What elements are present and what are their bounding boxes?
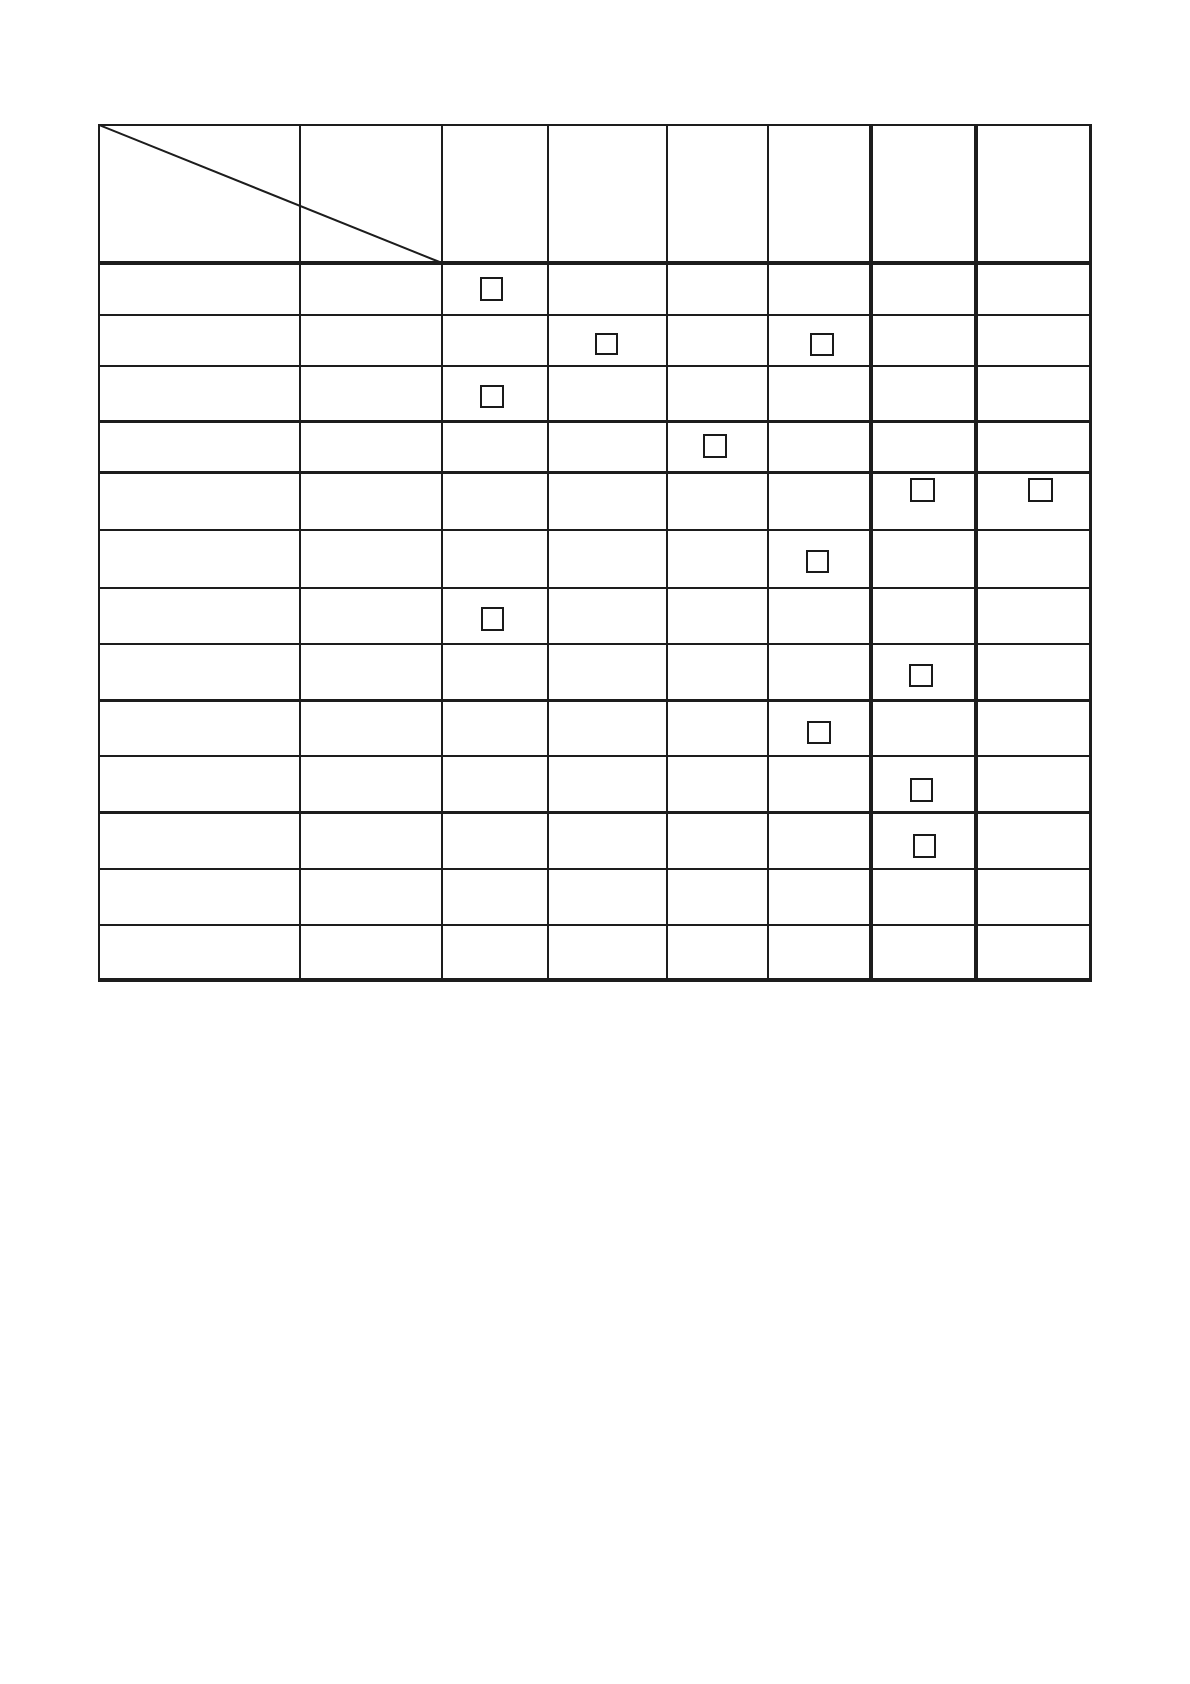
- grid-vline-0: [98, 125, 101, 980]
- grid-vline-6: [869, 125, 873, 980]
- checkbox-r9c6[interactable]: [807, 721, 831, 744]
- checkbox-r7c3[interactable]: [481, 607, 504, 631]
- grid-hline-6: [98, 529, 1092, 531]
- header-diagonal-line: [99, 125, 1090, 980]
- checkbox-r6c6[interactable]: [806, 550, 829, 573]
- grid-hline-4: [98, 420, 1092, 423]
- checkbox-r4c5[interactable]: [703, 434, 727, 458]
- checkbox-r11c7[interactable]: [913, 834, 936, 858]
- grid-hline-1: [98, 261, 1092, 265]
- grid-hline-11: [98, 811, 1092, 814]
- grid-hline-8: [98, 643, 1092, 645]
- grid-hline-0: [98, 124, 1092, 126]
- grid-vline-2: [441, 125, 444, 980]
- grid-vline-3: [547, 125, 550, 980]
- checkbox-r3c3[interactable]: [480, 385, 504, 408]
- grid-hline-12: [98, 868, 1092, 870]
- grid-hline-7: [98, 587, 1092, 589]
- grid-hline-10: [98, 755, 1092, 757]
- checkbox-r10c7[interactable]: [910, 778, 933, 802]
- checkbox-r8c7[interactable]: [909, 664, 933, 687]
- grid-hline-14: [98, 978, 1092, 982]
- grid-vline-1: [299, 125, 302, 980]
- grid-hline-5: [98, 471, 1092, 474]
- grid-vline-5: [767, 125, 769, 980]
- grid-hline-2: [98, 314, 1092, 316]
- grid-hline-3: [98, 365, 1092, 367]
- grid-hline-13: [98, 924, 1092, 926]
- checkbox-r2c6[interactable]: [810, 333, 834, 356]
- grid-hline-9: [98, 699, 1092, 702]
- grid-vline-4: [666, 125, 668, 980]
- checkbox-r5c8[interactable]: [1028, 478, 1053, 502]
- grid-vline-7: [974, 125, 978, 980]
- checkbox-r1c3[interactable]: [480, 277, 503, 301]
- grid-vline-8: [1089, 125, 1092, 980]
- checkbox-matrix-table: [99, 125, 1090, 980]
- checkbox-r5c7[interactable]: [910, 478, 935, 502]
- document-page: [0, 0, 1190, 1684]
- checkbox-r2c4[interactable]: [595, 333, 618, 355]
